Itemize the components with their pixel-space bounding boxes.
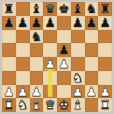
piece-white-pawn-a2[interactable]: ♟: [2, 85, 16, 99]
square-d7[interactable]: ♟: [43, 16, 57, 30]
square-e8[interactable]: ♚: [57, 2, 71, 16]
square-c2[interactable]: ♟: [30, 85, 44, 99]
square-c4[interactable]: [30, 57, 44, 71]
square-a3[interactable]: [2, 71, 16, 85]
piece-black-rook-h8[interactable]: ♜: [98, 2, 112, 16]
square-f4[interactable]: [71, 57, 85, 71]
piece-black-knight-g8[interactable]: ♞: [85, 2, 99, 16]
square-d2[interactable]: [43, 85, 57, 99]
square-d6[interactable]: [43, 30, 57, 44]
square-e7[interactable]: [57, 16, 71, 30]
square-c1[interactable]: ♝: [30, 98, 44, 112]
piece-black-queen-d8[interactable]: ♛: [43, 2, 57, 16]
square-b6[interactable]: [16, 30, 30, 44]
square-h5[interactable]: [98, 43, 112, 57]
square-c5[interactable]: [30, 43, 44, 57]
piece-black-pawn-g7[interactable]: ♟: [85, 16, 99, 30]
piece-black-pawn-a7[interactable]: ♟: [2, 16, 16, 30]
piece-black-pawn-c7[interactable]: ♟: [30, 16, 44, 30]
piece-black-bishop-c8[interactable]: ♝: [30, 2, 44, 16]
square-d1[interactable]: ♛: [43, 98, 57, 112]
piece-black-pawn-d7[interactable]: ♟: [43, 16, 57, 30]
square-g7[interactable]: ♟: [85, 16, 99, 30]
square-h8[interactable]: ♜: [98, 2, 112, 16]
piece-white-pawn-b2[interactable]: ♟: [16, 85, 30, 99]
piece-white-knight-f3[interactable]: ♞: [71, 71, 85, 85]
square-h7[interactable]: ♟: [98, 16, 112, 30]
square-c8[interactable]: ♝: [30, 2, 44, 16]
square-g1[interactable]: [85, 98, 99, 112]
square-d4[interactable]: ♟: [43, 57, 57, 71]
piece-white-pawn-e4[interactable]: ♟: [57, 57, 71, 71]
square-e2[interactable]: [57, 85, 71, 99]
chess-board[interactable]: ♜♝♛♚♝♞♜♟♟♟♟♟♟♟♞♟♟♟♞♟♟♟♟♟♟♜♞♝♛♚♝♜: [2, 2, 112, 112]
square-e1[interactable]: ♚: [57, 98, 71, 112]
piece-white-bishop-f1[interactable]: ♝: [71, 98, 85, 112]
square-b3[interactable]: [16, 71, 30, 85]
square-d3[interactable]: [43, 71, 57, 85]
piece-black-knight-c6[interactable]: ♞: [30, 30, 44, 44]
piece-black-king-e8[interactable]: ♚: [57, 2, 71, 16]
square-a4[interactable]: [2, 57, 16, 71]
piece-white-rook-h1[interactable]: ♜: [98, 98, 112, 112]
square-d8[interactable]: ♛: [43, 2, 57, 16]
piece-black-pawn-f7[interactable]: ♟: [71, 16, 85, 30]
piece-white-rook-a1[interactable]: ♜: [2, 98, 16, 112]
piece-white-bishop-c1[interactable]: ♝: [30, 98, 44, 112]
square-h2[interactable]: ♟: [98, 85, 112, 99]
square-f6[interactable]: [71, 30, 85, 44]
square-e5[interactable]: ♟: [57, 43, 71, 57]
square-b2[interactable]: ♟: [16, 85, 30, 99]
square-h6[interactable]: [98, 30, 112, 44]
square-f5[interactable]: [71, 43, 85, 57]
square-a8[interactable]: ♜: [2, 2, 16, 16]
square-a2[interactable]: ♟: [2, 85, 16, 99]
square-b1[interactable]: ♞: [16, 98, 30, 112]
piece-white-knight-b1[interactable]: ♞: [16, 98, 30, 112]
square-g6[interactable]: [85, 30, 99, 44]
square-g2[interactable]: ♟: [85, 85, 99, 99]
square-e3[interactable]: [57, 71, 71, 85]
square-d5[interactable]: [43, 43, 57, 57]
piece-black-rook-a8[interactable]: ♜: [2, 2, 16, 16]
piece-white-pawn-d4[interactable]: ♟: [43, 57, 57, 71]
square-c7[interactable]: ♟: [30, 16, 44, 30]
piece-white-queen-d1[interactable]: ♛: [43, 98, 57, 112]
square-a7[interactable]: ♟: [2, 16, 16, 30]
piece-white-pawn-h2[interactable]: ♟: [98, 85, 112, 99]
square-a1[interactable]: ♜: [2, 98, 16, 112]
piece-black-bishop-f8[interactable]: ♝: [71, 2, 85, 16]
piece-white-pawn-g2[interactable]: ♟: [85, 85, 99, 99]
square-g4[interactable]: [85, 57, 99, 71]
piece-white-pawn-f2[interactable]: ♟: [71, 85, 85, 99]
square-g5[interactable]: [85, 43, 99, 57]
square-f3[interactable]: ♞: [71, 71, 85, 85]
square-h1[interactable]: ♜: [98, 98, 112, 112]
square-h4[interactable]: [98, 57, 112, 71]
square-b4[interactable]: [16, 57, 30, 71]
square-a6[interactable]: [2, 30, 16, 44]
square-e4[interactable]: ♟: [57, 57, 71, 71]
square-g8[interactable]: ♞: [85, 2, 99, 16]
square-b8[interactable]: [16, 2, 30, 16]
piece-black-pawn-e5[interactable]: ♟: [57, 43, 71, 57]
square-f8[interactable]: ♝: [71, 2, 85, 16]
square-c6[interactable]: ♞: [30, 30, 44, 44]
square-h3[interactable]: [98, 71, 112, 85]
square-c3[interactable]: [30, 71, 44, 85]
square-b5[interactable]: [16, 43, 30, 57]
square-g3[interactable]: [85, 71, 99, 85]
chess-board-frame: ♜♝♛♚♝♞♜♟♟♟♟♟♟♟♞♟♟♟♞♟♟♟♟♟♟♜♞♝♛♚♝♜: [0, 0, 114, 114]
square-a5[interactable]: [2, 43, 16, 57]
piece-black-pawn-b7[interactable]: ♟: [16, 16, 30, 30]
square-f7[interactable]: ♟: [71, 16, 85, 30]
piece-white-pawn-c2[interactable]: ♟: [30, 85, 44, 99]
piece-white-king-e1[interactable]: ♚: [57, 98, 71, 112]
piece-black-pawn-h7[interactable]: ♟: [98, 16, 112, 30]
square-f2[interactable]: ♟: [71, 85, 85, 99]
square-b7[interactable]: ♟: [16, 16, 30, 30]
square-f1[interactable]: ♝: [71, 98, 85, 112]
